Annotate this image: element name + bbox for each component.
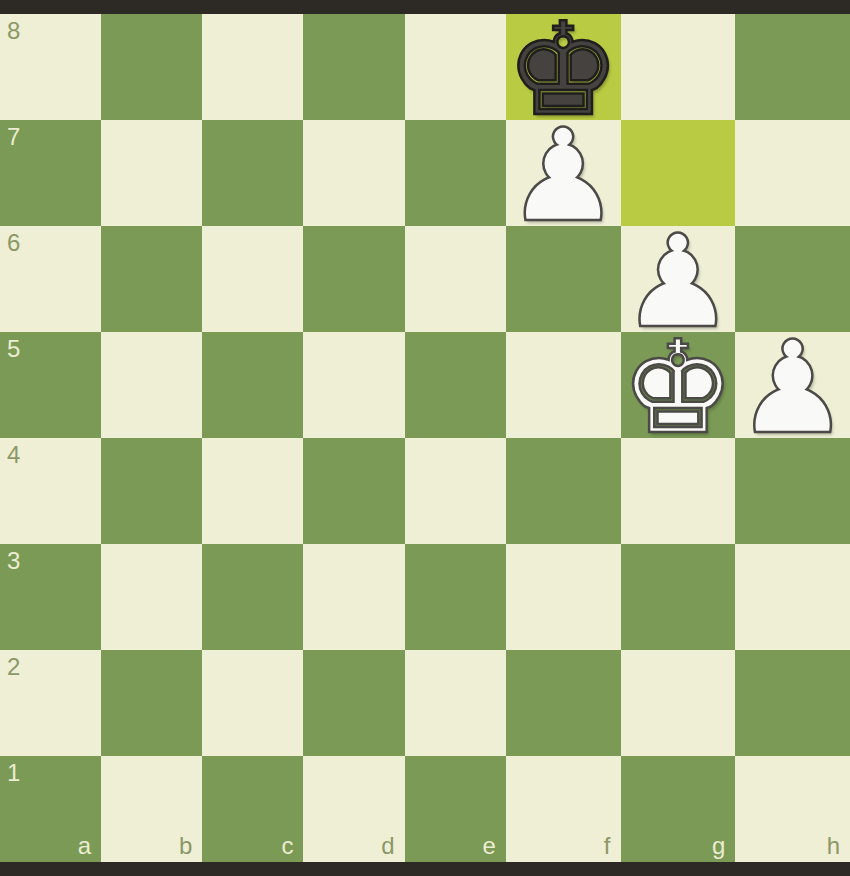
file-label-b: b	[179, 834, 192, 858]
square-f2[interactable]	[506, 650, 621, 756]
app-frame-bottom	[0, 862, 850, 876]
square-d5[interactable]	[303, 332, 404, 438]
square-b5[interactable]	[101, 332, 202, 438]
rank-label-8: 8	[7, 19, 20, 43]
square-h4[interactable]	[735, 438, 850, 544]
square-h7[interactable]	[735, 120, 850, 226]
file-label-e: e	[482, 834, 495, 858]
rank-label-7: 7	[7, 125, 20, 149]
file-label-h: h	[827, 834, 840, 858]
square-e5[interactable]	[405, 332, 506, 438]
white-king[interactable]: ♚	[621, 335, 736, 441]
rank-label-5: 5	[7, 337, 20, 361]
square-a8[interactable]: 8	[0, 14, 101, 120]
rank-label-1: 1	[7, 761, 20, 785]
square-e3[interactable]	[405, 544, 506, 650]
square-g2[interactable]	[621, 650, 736, 756]
square-e1[interactable]: e	[405, 756, 506, 862]
chess-board: 8♚7♟6♟5♚♟4321abcdefgh	[0, 14, 850, 862]
square-g1[interactable]: g	[621, 756, 736, 862]
square-c4[interactable]	[202, 438, 303, 544]
square-c7[interactable]	[202, 120, 303, 226]
square-d1[interactable]: d	[303, 756, 404, 862]
square-g5[interactable]: ♚	[621, 332, 736, 438]
rank-label-2: 2	[7, 655, 20, 679]
square-d2[interactable]	[303, 650, 404, 756]
square-c6[interactable]	[202, 226, 303, 332]
square-b6[interactable]	[101, 226, 202, 332]
square-d4[interactable]	[303, 438, 404, 544]
file-label-a: a	[78, 834, 91, 858]
square-a5[interactable]: 5	[0, 332, 101, 438]
rank-label-3: 3	[7, 549, 20, 573]
square-d3[interactable]	[303, 544, 404, 650]
square-a4[interactable]: 4	[0, 438, 101, 544]
square-c2[interactable]	[202, 650, 303, 756]
app-frame-top	[0, 0, 850, 14]
square-b2[interactable]	[101, 650, 202, 756]
square-b8[interactable]	[101, 14, 202, 120]
square-a7[interactable]: 7	[0, 120, 101, 226]
square-f1[interactable]: f	[506, 756, 621, 862]
square-e2[interactable]	[405, 650, 506, 756]
file-label-f: f	[604, 834, 611, 858]
file-label-g: g	[712, 834, 725, 858]
square-b3[interactable]	[101, 544, 202, 650]
square-d8[interactable]	[303, 14, 404, 120]
square-f5[interactable]	[506, 332, 621, 438]
file-label-c: c	[281, 834, 293, 858]
file-label-d: d	[381, 834, 394, 858]
square-e6[interactable]	[405, 226, 506, 332]
square-b4[interactable]	[101, 438, 202, 544]
white-pawn[interactable]: ♟	[735, 335, 850, 441]
square-h8[interactable]	[735, 14, 850, 120]
white-pawn[interactable]: ♟	[506, 123, 621, 229]
square-c8[interactable]	[202, 14, 303, 120]
square-a6[interactable]: 6	[0, 226, 101, 332]
square-a1[interactable]: 1a	[0, 756, 101, 862]
square-b7[interactable]	[101, 120, 202, 226]
square-a2[interactable]: 2	[0, 650, 101, 756]
square-d6[interactable]	[303, 226, 404, 332]
square-e8[interactable]	[405, 14, 506, 120]
square-h2[interactable]	[735, 650, 850, 756]
square-b1[interactable]: b	[101, 756, 202, 862]
square-e7[interactable]	[405, 120, 506, 226]
square-f4[interactable]	[506, 438, 621, 544]
square-h3[interactable]	[735, 544, 850, 650]
square-a3[interactable]: 3	[0, 544, 101, 650]
square-c1[interactable]: c	[202, 756, 303, 862]
square-g3[interactable]	[621, 544, 736, 650]
square-c3[interactable]	[202, 544, 303, 650]
square-c5[interactable]	[202, 332, 303, 438]
square-f7[interactable]: ♟	[506, 120, 621, 226]
rank-label-6: 6	[7, 231, 20, 255]
square-d7[interactable]	[303, 120, 404, 226]
square-h1[interactable]: h	[735, 756, 850, 862]
rank-label-4: 4	[7, 443, 20, 467]
square-g4[interactable]	[621, 438, 736, 544]
square-g8[interactable]	[621, 14, 736, 120]
square-e4[interactable]	[405, 438, 506, 544]
square-f3[interactable]	[506, 544, 621, 650]
square-f6[interactable]	[506, 226, 621, 332]
square-h5[interactable]: ♟	[735, 332, 850, 438]
